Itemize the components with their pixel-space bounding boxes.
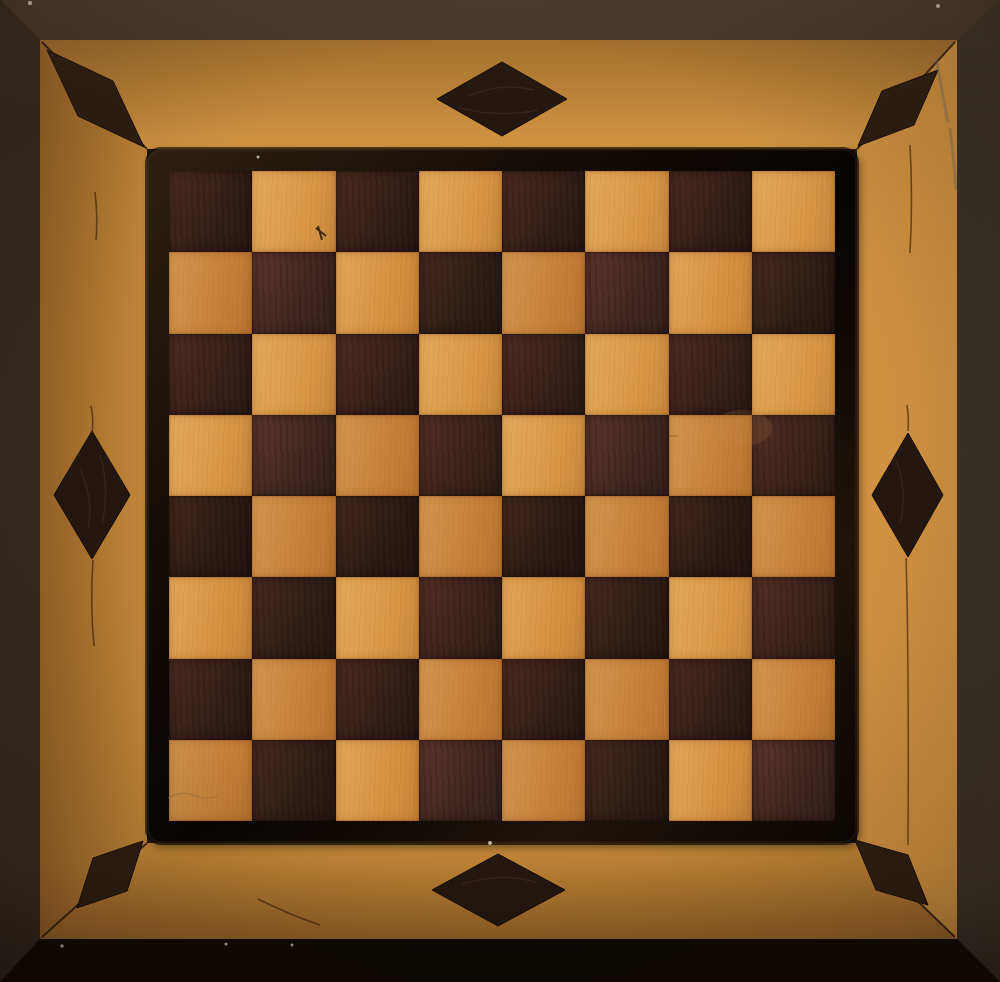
square-g2[interactable] xyxy=(669,659,752,740)
square-d3[interactable] xyxy=(419,577,502,658)
square-b6[interactable] xyxy=(252,334,335,415)
square-a6[interactable] xyxy=(169,334,252,415)
square-d6[interactable] xyxy=(419,334,502,415)
square-g4[interactable] xyxy=(669,496,752,577)
square-e4[interactable] xyxy=(502,496,585,577)
square-h5[interactable] xyxy=(752,415,835,496)
square-g3[interactable] xyxy=(669,577,752,658)
square-f7[interactable] xyxy=(585,252,668,333)
square-g6[interactable] xyxy=(669,334,752,415)
square-c5[interactable] xyxy=(336,415,419,496)
square-d2[interactable] xyxy=(419,659,502,740)
square-e3[interactable] xyxy=(502,577,585,658)
square-e2[interactable] xyxy=(502,659,585,740)
square-d5[interactable] xyxy=(419,415,502,496)
square-b7[interactable] xyxy=(252,252,335,333)
square-b5[interactable] xyxy=(252,415,335,496)
square-f8[interactable] xyxy=(585,171,668,252)
square-e5[interactable] xyxy=(502,415,585,496)
square-h3[interactable] xyxy=(752,577,835,658)
square-d8[interactable] xyxy=(419,171,502,252)
square-c6[interactable] xyxy=(336,334,419,415)
square-d4[interactable] xyxy=(419,496,502,577)
square-b2[interactable] xyxy=(252,659,335,740)
square-c3[interactable] xyxy=(336,577,419,658)
square-g5[interactable] xyxy=(669,415,752,496)
square-a3[interactable] xyxy=(169,577,252,658)
square-c8[interactable] xyxy=(336,171,419,252)
square-h2[interactable] xyxy=(752,659,835,740)
square-f6[interactable] xyxy=(585,334,668,415)
square-c1[interactable] xyxy=(336,740,419,821)
square-d1[interactable] xyxy=(419,740,502,821)
square-a2[interactable] xyxy=(169,659,252,740)
square-b8[interactable] xyxy=(252,171,335,252)
playing-field xyxy=(169,171,835,821)
square-a4[interactable] xyxy=(169,496,252,577)
square-a1[interactable] xyxy=(169,740,252,821)
square-h8[interactable] xyxy=(752,171,835,252)
square-b4[interactable] xyxy=(252,496,335,577)
square-h6[interactable] xyxy=(752,334,835,415)
square-d7[interactable] xyxy=(419,252,502,333)
square-f2[interactable] xyxy=(585,659,668,740)
square-h4[interactable] xyxy=(752,496,835,577)
square-a8[interactable] xyxy=(169,171,252,252)
square-g7[interactable] xyxy=(669,252,752,333)
square-b3[interactable] xyxy=(252,577,335,658)
square-g1[interactable] xyxy=(669,740,752,821)
square-c7[interactable] xyxy=(336,252,419,333)
square-a5[interactable] xyxy=(169,415,252,496)
square-c2[interactable] xyxy=(336,659,419,740)
square-h7[interactable] xyxy=(752,252,835,333)
square-e8[interactable] xyxy=(502,171,585,252)
square-f5[interactable] xyxy=(585,415,668,496)
square-g8[interactable] xyxy=(669,171,752,252)
square-e6[interactable] xyxy=(502,334,585,415)
square-b1[interactable] xyxy=(252,740,335,821)
square-f1[interactable] xyxy=(585,740,668,821)
gameboard-photo xyxy=(0,0,1000,982)
square-e1[interactable] xyxy=(502,740,585,821)
square-c4[interactable] xyxy=(336,496,419,577)
square-e7[interactable] xyxy=(502,252,585,333)
square-h1[interactable] xyxy=(752,740,835,821)
square-f3[interactable] xyxy=(585,577,668,658)
square-f4[interactable] xyxy=(585,496,668,577)
square-a7[interactable] xyxy=(169,252,252,333)
